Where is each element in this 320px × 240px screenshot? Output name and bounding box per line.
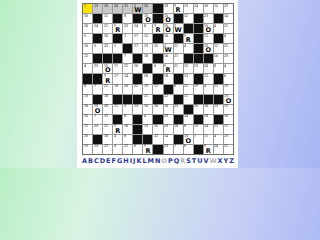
cell-r6c7[interactable]: 18	[143, 54, 152, 63]
alphabet-letter-Y[interactable]: Y	[224, 158, 229, 165]
black-cell-r8c14	[214, 74, 223, 83]
cell-r2c7[interactable]: 15O	[143, 14, 152, 23]
cell-number: 12	[184, 14, 188, 17]
cell-r1c1[interactable]: 1	[83, 4, 92, 13]
cell-r13c3[interactable]: 21	[103, 125, 112, 134]
alphabet-letter-N[interactable]: N	[155, 158, 160, 165]
cell-number: 4	[224, 34, 226, 37]
black-cell-r6c13	[204, 54, 213, 63]
cell-r9c14[interactable]: 21	[214, 85, 223, 94]
cell-number: 6	[224, 74, 226, 77]
cell-number: 16	[84, 104, 88, 107]
black-cell-r7c7	[143, 64, 152, 73]
cell-r15c11[interactable]: 8	[184, 145, 193, 154]
cell-r6c9[interactable]: 16	[164, 54, 173, 63]
black-cell-r6c12	[194, 54, 203, 63]
cell-r14c1[interactable]: 25	[83, 135, 92, 144]
cell-number: 8	[124, 134, 126, 137]
cell-number: 16	[224, 114, 228, 117]
alphabet-letter-E[interactable]: E	[106, 158, 110, 165]
alphabet-letter-V[interactable]: V	[203, 158, 208, 165]
cell-r5c14[interactable]: 12	[214, 44, 223, 53]
alphabet-letter-D[interactable]: D	[100, 158, 105, 165]
cell-number: 23	[164, 124, 168, 127]
black-cell-r8c6	[133, 74, 142, 83]
cell-r3c7[interactable]: 8	[143, 24, 152, 33]
cell-r13c4[interactable]: 9R	[113, 125, 122, 134]
cell-r2c5[interactable]: 8	[123, 14, 132, 23]
alphabet-letter-K[interactable]: K	[136, 158, 141, 165]
cell-number: 26	[84, 24, 88, 27]
cell-r11c4[interactable]: 21	[113, 105, 122, 114]
cell-r11c13[interactable]: 16	[204, 105, 213, 114]
cell-r9c13[interactable]: 4	[204, 85, 213, 94]
cell-r15c4[interactable]: 4	[113, 145, 122, 154]
cell-r4c1[interactable]: 5	[83, 34, 92, 43]
cell-r11c5[interactable]: 3	[123, 105, 132, 114]
black-cell-r10c6	[133, 95, 142, 104]
cell-r13c5[interactable]: 16	[123, 125, 132, 134]
cell-r14c9[interactable]: 14	[164, 135, 173, 144]
cell-r14c3[interactable]: 16	[103, 135, 112, 144]
cell-r1c2[interactable]: 13	[93, 4, 102, 13]
cell-r9c2[interactable]: 7	[93, 85, 102, 94]
alphabet-letter-Q[interactable]: Q	[174, 158, 180, 165]
cell-r9c5[interactable]: 26	[123, 85, 132, 94]
cell-r12c13[interactable]: 18	[204, 115, 213, 124]
black-cell-r8c2	[93, 74, 102, 83]
cell-r5c3[interactable]: 23	[103, 44, 112, 53]
cell-number: 6	[134, 144, 136, 147]
cell-number: 13	[94, 4, 98, 7]
black-cell-r12c14	[214, 115, 223, 124]
cell-r12c9[interactable]: 23	[164, 115, 173, 124]
cell-number: 16	[204, 104, 208, 107]
cell-r7c14[interactable]: 8	[214, 64, 223, 73]
cell-number: 23	[204, 14, 208, 17]
cell-r14c5[interactable]: 8	[123, 135, 132, 144]
cell-r4c13[interactable]: 11	[204, 34, 213, 43]
cell-r10c15[interactable]: 15O	[224, 95, 233, 104]
black-cell-r4c8	[153, 34, 162, 43]
cell-r13c13[interactable]: 14	[204, 125, 213, 134]
cell-r3c3[interactable]: 21	[103, 24, 112, 33]
cell-letter: R	[174, 7, 183, 14]
cell-r7c2[interactable]: 23	[93, 64, 102, 73]
cell-r10c7[interactable]: 21	[143, 95, 152, 104]
cell-r13c1[interactable]: 11	[83, 125, 92, 134]
cell-number: 24	[144, 4, 148, 7]
cell-r15c3[interactable]: 23	[103, 145, 112, 154]
cell-r15c14[interactable]: 24	[214, 145, 223, 154]
cell-r1c11[interactable]: 13	[184, 4, 193, 13]
black-cell-r11c11	[184, 105, 193, 114]
cell-r4c3[interactable]: 16	[103, 34, 112, 43]
alphabet-letter-U[interactable]: U	[197, 158, 202, 165]
cell-number: 11	[224, 124, 228, 127]
cell-r8c15[interactable]: 6	[224, 74, 233, 83]
cell-r10c11[interactable]: 11	[184, 95, 193, 104]
alphabet-letter-O[interactable]: O	[161, 158, 167, 165]
cell-r5c9[interactable]: 2W	[164, 44, 173, 53]
black-cell-r4c12	[194, 34, 203, 43]
cell-letter: O	[164, 17, 173, 24]
cell-r15c1[interactable]: 19	[83, 145, 92, 154]
cell-r7c12[interactable]: 23	[194, 64, 203, 73]
cell-r8c4[interactable]: 17	[113, 74, 122, 83]
cell-r4c6[interactable]: 17	[133, 34, 142, 43]
cell-number: 21	[174, 64, 178, 67]
cell-number: 19	[194, 84, 198, 87]
cell-number: 25	[84, 134, 88, 137]
alphabet-letter-T[interactable]: T	[192, 158, 196, 165]
cell-r6c14[interactable]: 16	[214, 54, 223, 63]
cell-r9c12[interactable]: 19	[194, 85, 203, 94]
cell-r15c13[interactable]: 9R	[204, 145, 213, 154]
cell-number: 26	[144, 74, 148, 77]
alphabet-letter-I[interactable]: I	[130, 158, 132, 165]
cell-number: 21	[124, 64, 128, 67]
cell-r3c10[interactable]: 2W	[174, 24, 183, 33]
black-cell-r14c6	[133, 135, 142, 144]
cell-number: 11	[154, 84, 158, 87]
cell-number: 6	[174, 84, 176, 87]
cell-r15c2[interactable]: 13	[93, 145, 102, 154]
cell-r4c11[interactable]: 9R	[184, 34, 193, 43]
alphabet-letter-S[interactable]: S	[186, 158, 191, 165]
cell-r14c14[interactable]: 4	[214, 135, 223, 144]
cell-r1c9[interactable]: 18	[164, 4, 173, 13]
cell-number: 13	[184, 74, 188, 77]
cell-r3c6[interactable]: 14	[133, 24, 142, 33]
cell-r5c4[interactable]: 1	[113, 44, 122, 53]
alphabet-letter-R[interactable]: R	[180, 158, 185, 165]
alphabet-letter-M[interactable]: M	[148, 158, 154, 165]
cell-r11c8[interactable]: 26	[153, 105, 162, 114]
cell-r8c13[interactable]: 11	[204, 74, 213, 83]
black-cell-r14c7	[143, 135, 152, 144]
cell-number: 21	[214, 84, 218, 87]
cell-number: 21	[224, 24, 228, 27]
cell-number: 21	[224, 144, 228, 147]
cell-number: 16	[104, 134, 108, 137]
cell-number: 23	[124, 24, 128, 27]
cell-r8c5[interactable]: 14	[123, 74, 132, 83]
cell-r6c1[interactable]: 22	[83, 54, 92, 63]
cell-r14c8[interactable]: 22	[153, 135, 162, 144]
cell-r9c11[interactable]: 21	[184, 85, 193, 94]
alphabet-letter-W[interactable]: W	[209, 158, 216, 165]
cell-r13c10[interactable]: 18	[174, 125, 183, 134]
cell-r13c11[interactable]: 8	[184, 125, 193, 134]
cell-r7c4[interactable]: 17	[113, 64, 122, 73]
black-cell-r2c2	[93, 14, 102, 23]
cell-r3c5[interactable]: 23	[123, 24, 132, 33]
cell-r7c1[interactable]: 4	[83, 64, 92, 73]
black-cell-r2c14	[214, 14, 223, 23]
cell-r1c14[interactable]: 10	[214, 4, 223, 13]
cell-r1c13[interactable]: 16	[204, 4, 213, 13]
cell-number: 23	[104, 144, 108, 147]
cell-number: 8	[84, 84, 86, 87]
cell-number: 18	[144, 54, 148, 57]
black-cell-r3c12	[194, 24, 203, 33]
cell-number: 23	[224, 4, 228, 7]
alphabet-letter-Z[interactable]: Z	[229, 158, 234, 165]
alphabet-letter-J[interactable]: J	[133, 158, 135, 165]
cell-r8c9[interactable]: 18	[164, 74, 173, 83]
cell-r1c6[interactable]: 2W	[133, 4, 142, 13]
cell-number: 14	[94, 24, 98, 27]
alphabet-letter-G[interactable]: G	[117, 158, 122, 165]
cell-r1c7[interactable]: 24	[143, 4, 152, 13]
cell-r14c12[interactable]: 7	[194, 135, 203, 144]
cell-r3c9[interactable]: 15O	[164, 24, 173, 33]
cell-r1c12[interactable]: 14	[194, 4, 203, 13]
cell-r11c12[interactable]: 20	[194, 105, 203, 114]
cell-r5c1[interactable]: 16	[83, 44, 92, 53]
black-cell-r5c5	[123, 44, 132, 53]
cell-r5c2[interactable]: 5	[93, 44, 102, 53]
cell-number: 16	[134, 64, 138, 67]
cell-number: 4	[84, 64, 86, 67]
cell-number: 14	[194, 4, 198, 7]
alphabet-letter-P[interactable]: P	[168, 158, 173, 165]
cell-r7c9[interactable]: 9R	[164, 64, 173, 73]
cell-number: 23	[224, 134, 228, 137]
alphabet-letter-L[interactable]: L	[142, 158, 146, 165]
black-cell-r10c4	[113, 95, 122, 104]
cell-number: 11	[84, 124, 88, 127]
cell-letter: O	[143, 17, 152, 24]
cell-r7c3[interactable]: 15O	[103, 64, 112, 73]
black-cell-r10c14	[214, 95, 223, 104]
cell-number: 21	[174, 54, 178, 57]
cell-r3c13[interactable]: 15O	[204, 24, 213, 33]
black-cell-r10c8	[153, 95, 162, 104]
cell-r7c13[interactable]: 24	[204, 64, 213, 73]
cell-r11c9[interactable]: 16	[164, 105, 173, 114]
cell-r7c5[interactable]: 21	[123, 64, 132, 73]
cell-letter: O	[204, 47, 213, 54]
cell-r1c15[interactable]: 23	[224, 4, 233, 13]
alphabet-letter-C[interactable]: C	[94, 158, 99, 165]
cell-number: 26	[124, 84, 128, 87]
cell-number: 7	[194, 134, 196, 137]
cell-r4c5[interactable]: 1	[123, 34, 132, 43]
cell-number: 21	[124, 4, 128, 7]
black-cell-r8c8	[153, 74, 162, 83]
black-cell-r4c2	[93, 34, 102, 43]
cell-r12c5[interactable]: 8	[123, 115, 132, 124]
cell-r3c14[interactable]: 4	[214, 24, 223, 33]
cell-r4c15[interactable]: 4	[224, 34, 233, 43]
alphabet-letter-A[interactable]: A	[82, 158, 87, 165]
cell-r7c11[interactable]: 12	[184, 64, 193, 73]
cell-r8c3[interactable]: 9R	[103, 74, 112, 83]
cell-number: 24	[184, 114, 188, 117]
cell-r5c15[interactable]: 21	[224, 44, 233, 53]
cell-r13c15[interactable]: 11	[224, 125, 233, 134]
alphabet-letter-F[interactable]: F	[111, 158, 115, 165]
cell-r11c3[interactable]: 26	[103, 105, 112, 114]
cell-r1c5[interactable]: 21	[123, 4, 132, 13]
cell-r5c8[interactable]: 10	[153, 44, 162, 53]
cell-r9c4[interactable]: 18	[113, 85, 122, 94]
cell-number: 11	[204, 74, 208, 77]
cell-r4c9[interactable]: 16	[164, 34, 173, 43]
cell-r1c10[interactable]: 9R	[174, 4, 183, 13]
cell-r6c10[interactable]: 21	[174, 54, 183, 63]
black-cell-r3c11	[184, 24, 193, 33]
cell-r6c15[interactable]: 23	[224, 54, 233, 63]
cell-r9c6[interactable]: 22	[133, 85, 142, 94]
cell-r5c11[interactable]: 4	[184, 44, 193, 53]
cell-number: 6	[154, 64, 156, 67]
cell-r8c7[interactable]: 26	[143, 74, 152, 83]
cell-number: 13	[144, 124, 148, 127]
cell-r3c15[interactable]: 21	[224, 24, 233, 33]
cell-r10c1[interactable]: 13	[83, 95, 92, 104]
cell-number: 21	[174, 44, 178, 47]
cell-number: 12	[214, 44, 218, 47]
cell-number: 18	[204, 114, 208, 117]
cell-r9c10[interactable]: 6	[174, 85, 183, 94]
cell-r15c5[interactable]: 21	[123, 145, 132, 154]
cell-number: 8	[184, 144, 186, 147]
cell-number: 11	[184, 94, 188, 97]
cell-r1c4[interactable]: 24	[113, 4, 122, 13]
cell-r9c7[interactable]: 19	[143, 85, 152, 94]
cell-r14c15[interactable]: 23	[224, 135, 233, 144]
cell-number: 18	[114, 84, 118, 87]
cell-number: 19	[84, 144, 88, 147]
cell-r12c15[interactable]: 16	[224, 115, 233, 124]
cell-r5c10[interactable]: 21	[174, 44, 183, 53]
cell-r9c1[interactable]: 8	[83, 85, 92, 94]
cell-r11c2[interactable]: 15O	[93, 105, 102, 114]
cell-r14c13[interactable]: 11	[204, 135, 213, 144]
black-cell-r6c11	[184, 54, 193, 63]
cell-r2c15[interactable]: 14	[224, 14, 233, 23]
cell-r13c12[interactable]: 13	[194, 125, 203, 134]
cell-r11c10[interactable]: 23	[174, 105, 183, 114]
cell-r2c3[interactable]: 11	[103, 14, 112, 23]
cell-r7c10[interactable]: 21	[174, 64, 183, 73]
black-cell-r12c12	[194, 115, 203, 124]
cell-number: 21	[104, 84, 108, 87]
cell-r15c6[interactable]: 6	[133, 145, 142, 154]
cell-r5c13[interactable]: 15O	[204, 44, 213, 53]
cell-r14c4[interactable]: 4	[113, 135, 122, 144]
cell-number: 16	[144, 104, 148, 107]
cell-r2c1[interactable]: 16	[83, 14, 92, 23]
cell-r9c8[interactable]: 11	[153, 85, 162, 94]
cell-number: 26	[154, 104, 158, 107]
cell-r10c3[interactable]: 18	[103, 95, 112, 104]
cell-number: 1	[114, 44, 116, 47]
cell-number: 4	[114, 134, 116, 137]
cell-r7c6[interactable]: 16	[133, 64, 142, 73]
cell-r11c7[interactable]: 16	[143, 105, 152, 114]
cell-number: 24	[214, 144, 218, 147]
cell-r9c3[interactable]: 21	[103, 85, 112, 94]
cell-r13c8[interactable]: 10	[153, 125, 162, 134]
cell-r5c6[interactable]: 17	[133, 44, 142, 53]
cell-number: 11	[104, 14, 108, 17]
cell-r13c9[interactable]: 23	[164, 125, 173, 134]
alphabet-letter-B[interactable]: B	[88, 158, 93, 165]
cell-number: 14	[134, 24, 138, 27]
cell-number: 8	[144, 24, 146, 27]
cell-number: 13	[194, 124, 198, 127]
cell-number: 4	[214, 24, 216, 27]
cell-r15c10[interactable]: 7	[174, 145, 183, 154]
cell-r3c1[interactable]: 26	[83, 24, 92, 33]
cell-r3c8[interactable]: 9R	[153, 24, 162, 33]
cell-r12c1[interactable]: 25	[83, 115, 92, 124]
cell-r12c7[interactable]: 4	[143, 115, 152, 124]
cell-r11c14[interactable]: 13	[214, 105, 223, 114]
cell-r11c1[interactable]: 16	[83, 105, 92, 114]
cell-r11c15[interactable]: 19	[224, 105, 233, 114]
cell-number: 22	[154, 134, 158, 137]
cell-number: 18	[164, 74, 168, 77]
cell-r6c5[interactable]: 7	[123, 54, 132, 63]
cell-letter: R	[143, 148, 152, 155]
cell-number: 13	[184, 4, 188, 7]
cell-r7c8[interactable]: 6	[153, 64, 162, 73]
black-cell-r4c4	[113, 34, 122, 43]
cell-r2c11[interactable]: 12	[184, 14, 193, 23]
cell-r13c14[interactable]: 21	[214, 125, 223, 134]
cell-r13c2[interactable]: 23	[93, 125, 102, 134]
cell-r1c3[interactable]: 26	[103, 4, 112, 13]
cell-r15c15[interactable]: 21	[224, 145, 233, 154]
cell-r11c6[interactable]: 13	[133, 105, 142, 114]
cell-r4c7[interactable]: 12	[143, 34, 152, 43]
cell-number: 1	[124, 34, 126, 37]
cell-number: 13	[84, 94, 88, 97]
cell-r3c4[interactable]: 9R	[113, 24, 122, 33]
cell-r12c11[interactable]: 24	[184, 115, 193, 124]
cell-number: 22	[164, 94, 168, 97]
cell-r12c3[interactable]: 23	[103, 115, 112, 124]
cell-number: 8	[124, 114, 126, 117]
cell-r2c13[interactable]: 23	[204, 14, 213, 23]
cell-r15c7[interactable]: 9R	[143, 145, 152, 154]
cell-r3c2[interactable]: 14	[93, 24, 102, 33]
cell-r5c7[interactable]: 13	[143, 44, 152, 53]
cell-r2c9[interactable]: 15O	[164, 14, 173, 23]
black-cell-r6c4	[113, 54, 122, 63]
cell-number: 21	[104, 124, 108, 127]
cell-r7c15[interactable]: 4	[224, 64, 233, 73]
cell-r14c11[interactable]: 15O	[184, 135, 193, 144]
cell-r13c7[interactable]: 13	[143, 125, 152, 134]
alphabet-letter-X[interactable]: X	[218, 158, 223, 165]
cell-r15c9[interactable]: 23	[164, 145, 173, 154]
cell-letter: W	[174, 27, 183, 34]
black-cell-r14c2	[93, 135, 102, 144]
black-cell-r6c8	[153, 54, 162, 63]
cell-r8c11[interactable]: 13	[184, 74, 193, 83]
cell-r10c9[interactable]: 22	[164, 95, 173, 104]
cell-r9c15[interactable]: 19	[224, 85, 233, 94]
black-cell-r2c4	[113, 14, 122, 23]
alphabet-letter-H[interactable]: H	[123, 158, 128, 165]
cell-r12c2[interactable]: 7	[93, 115, 102, 124]
